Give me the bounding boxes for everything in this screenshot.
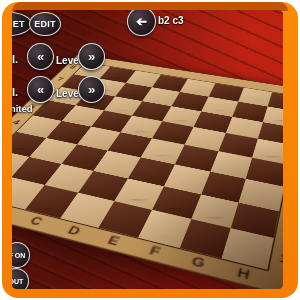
quit-button[interactable]: OUT [12, 268, 29, 289]
hud: RESET EDIT ➔ b2 c3 A.I. « Level 6 » A.I.… [12, 10, 283, 289]
toggle-on-button[interactable]: F ON [12, 242, 30, 268]
back-arrow-icon: ➔ [136, 14, 147, 29]
chevrons-left-icon: « [37, 83, 44, 96]
time-limit-label: limited [12, 103, 33, 114]
edit-button[interactable]: EDIT [29, 12, 61, 36]
level-next-button-2[interactable]: » [78, 76, 105, 103]
chevrons-left-icon: « [37, 50, 44, 63]
last-move-text: b2 c3 [158, 15, 184, 26]
ai-label-1: A.I. [12, 53, 18, 65]
level-prev-button-1[interactable]: « [27, 43, 54, 70]
game-screen: ♝♜♛♚♟♟♝♞♟♟♟♝♟♟♟♟♞♟♟♛♟♟♟♜♝♚♜ ABCDEFGH 123… [12, 10, 283, 289]
level-prev-button-2[interactable]: « [27, 76, 54, 103]
level-next-button-1[interactable]: » [78, 43, 105, 70]
chevrons-right-icon: » [88, 50, 95, 63]
ai-label-2: A.I. [12, 86, 18, 98]
undo-back-button[interactable]: ➔ [127, 10, 156, 36]
chevrons-right-icon: » [88, 83, 95, 96]
